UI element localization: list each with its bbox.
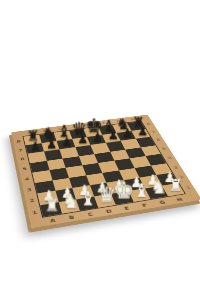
square-c5[interactable]: [62, 156, 81, 168]
square-a7[interactable]: ♟: [26, 143, 44, 154]
board-3d-wrapper: ABCDEFGH ABCDEFGH 12345678 12345678 ♜♞♝♛…: [11, 115, 200, 229]
chess-board-frame: ABCDEFGH ABCDEFGH 12345678 12345678 ♜♞♝♛…: [11, 115, 200, 229]
white-rook-a1[interactable]: ♜: [40, 197, 65, 214]
square-a1[interactable]: ♜: [40, 202, 61, 217]
square-f5[interactable]: [110, 149, 130, 160]
square-b5[interactable]: [46, 158, 65, 170]
chess-set-photo: ABCDEFGH ABCDEFGH 12345678 12345678 ♜♞♝♛…: [0, 0, 200, 300]
square-b4[interactable]: [49, 168, 69, 180]
black-pawn-a7[interactable]: ♟: [25, 140, 46, 153]
